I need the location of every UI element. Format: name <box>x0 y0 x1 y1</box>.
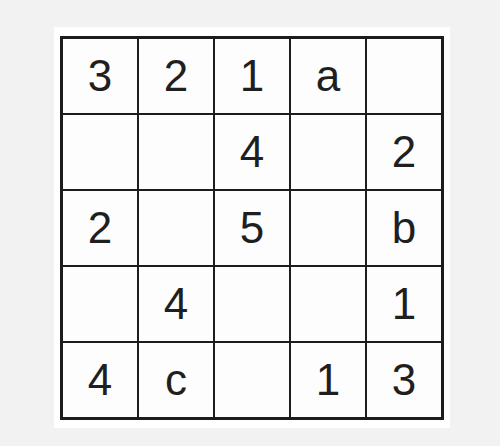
cell-r4c2[interactable]: 4 <box>139 267 213 341</box>
cell-r1c5[interactable] <box>367 39 441 113</box>
cell-r3c1[interactable]: 2 <box>63 191 137 265</box>
cell-r3c4[interactable] <box>291 191 365 265</box>
cell-r1c1[interactable]: 3 <box>63 39 137 113</box>
cell-r2c3[interactable]: 4 <box>215 115 289 189</box>
cell-r5c1[interactable]: 4 <box>63 343 137 417</box>
cell-r2c1[interactable] <box>63 115 137 189</box>
cell-r2c5[interactable]: 2 <box>367 115 441 189</box>
puzzle-sheet: 321a4225b414c13 <box>54 27 450 428</box>
cell-r3c2[interactable] <box>139 191 213 265</box>
cell-r3c5[interactable]: b <box>367 191 441 265</box>
cell-r2c2[interactable] <box>139 115 213 189</box>
cell-r4c1[interactable] <box>63 267 137 341</box>
cell-r2c4[interactable] <box>291 115 365 189</box>
cell-r4c5[interactable]: 1 <box>367 267 441 341</box>
cell-r4c4[interactable] <box>291 267 365 341</box>
cell-r1c4[interactable]: a <box>291 39 365 113</box>
cell-r5c5[interactable]: 3 <box>367 343 441 417</box>
puzzle-grid: 321a4225b414c13 <box>60 36 444 420</box>
cell-r1c3[interactable]: 1 <box>215 39 289 113</box>
cell-r5c4[interactable]: 1 <box>291 343 365 417</box>
cell-r1c2[interactable]: 2 <box>139 39 213 113</box>
cell-r5c2[interactable]: c <box>139 343 213 417</box>
cell-r3c3[interactable]: 5 <box>215 191 289 265</box>
cell-r5c3[interactable] <box>215 343 289 417</box>
cell-r4c3[interactable] <box>215 267 289 341</box>
